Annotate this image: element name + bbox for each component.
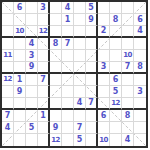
cell-r10c2[interactable] <box>14 110 26 122</box>
cell-r6c11[interactable]: 7 <box>122 62 134 74</box>
cell-r2c4[interactable] <box>38 14 50 26</box>
cell-r2c2[interactable] <box>14 14 26 26</box>
cell-r1c4[interactable]: 3 <box>38 2 50 14</box>
given-digit: 10 <box>123 52 132 59</box>
cell-r10c3[interactable] <box>26 110 38 122</box>
given-digit: 1 <box>65 16 71 24</box>
cell-r3c7[interactable] <box>74 26 86 38</box>
given-digit: 8 <box>113 16 119 24</box>
cell-r2c10[interactable]: 8 <box>110 14 122 26</box>
given-digit: 5 <box>77 136 83 144</box>
given-digit: 7 <box>77 124 83 132</box>
cell-r6c7[interactable] <box>74 62 86 74</box>
given-digit: 9 <box>17 88 23 96</box>
cell-r5c1[interactable]: 11 <box>2 50 14 62</box>
given-digit: 12 <box>39 28 48 35</box>
given-digit: 5 <box>88 4 94 12</box>
cell-r2c8[interactable]: 9 <box>86 14 98 26</box>
cell-r2c9[interactable] <box>98 14 110 26</box>
cell-r11c4[interactable] <box>38 122 50 134</box>
cell-r11c12[interactable] <box>134 122 146 134</box>
cell-r7c1[interactable]: 12 <box>2 74 14 86</box>
cell-r8c10[interactable]: 5 <box>110 86 122 98</box>
cell-r8c7[interactable] <box>74 86 86 98</box>
cell-r5c8[interactable] <box>86 50 98 62</box>
cell-r8c3[interactable] <box>26 86 38 98</box>
cell-r11c7[interactable]: 7 <box>74 122 86 134</box>
given-digit: 6 <box>17 4 23 12</box>
cell-r6c3[interactable]: 9 <box>26 62 38 74</box>
given-digit: 7 <box>88 99 94 107</box>
cell-r9c1[interactable] <box>2 98 14 110</box>
given-digit: 12 <box>111 100 120 107</box>
given-digit: 6 <box>137 16 143 24</box>
cell-r8c8[interactable] <box>86 86 98 98</box>
given-digit: 5 <box>113 88 119 96</box>
given-digit: 9 <box>53 124 59 132</box>
cell-r4c11[interactable] <box>122 38 134 50</box>
cell-r12c10[interactable] <box>110 134 122 146</box>
cell-r3c8[interactable] <box>86 26 98 38</box>
cell-r11c8[interactable] <box>86 122 98 134</box>
given-digit: 3 <box>101 63 107 71</box>
cell-r9c12[interactable] <box>134 98 146 110</box>
cell-r5c3[interactable]: 3 <box>26 50 38 62</box>
cell-r6c10[interactable] <box>110 62 122 74</box>
given-digit: 9 <box>29 63 35 71</box>
cell-r8c5[interactable] <box>50 86 62 98</box>
cell-r5c10[interactable] <box>110 50 122 62</box>
cell-r2c7[interactable] <box>74 14 86 26</box>
cell-r5c2[interactable] <box>14 50 26 62</box>
cell-r6c9[interactable]: 3 <box>98 62 110 74</box>
cell-r1c7[interactable] <box>74 2 86 14</box>
cell-r4c5[interactable]: 8 <box>50 38 62 50</box>
cell-r12c5[interactable]: 12 <box>50 134 62 146</box>
cell-r7c9[interactable] <box>98 74 110 86</box>
given-digit: 4 <box>137 27 143 35</box>
cell-r8c9[interactable] <box>98 86 110 98</box>
cell-r12c1[interactable] <box>2 134 14 146</box>
cell-r4c9[interactable] <box>98 38 110 50</box>
given-digit: 3 <box>40 4 46 12</box>
cell-r8c1[interactable] <box>2 86 14 98</box>
cell-r7c2[interactable]: 1 <box>14 74 26 86</box>
given-digit: 12 <box>51 137 60 144</box>
cell-r12c3[interactable] <box>26 134 38 146</box>
cell-r10c5[interactable] <box>50 110 62 122</box>
cell-r7c4[interactable]: 7 <box>38 74 50 86</box>
cell-r5c12[interactable] <box>134 50 146 62</box>
cell-r1c1[interactable] <box>2 2 14 14</box>
cell-r10c9[interactable]: 6 <box>98 110 110 122</box>
given-digit: 4 <box>5 124 11 132</box>
cell-r12c4[interactable] <box>38 134 50 146</box>
given-digit: 7 <box>5 112 11 120</box>
cell-r5c9[interactable] <box>98 50 110 62</box>
cell-r1c3[interactable] <box>26 2 38 14</box>
cell-r6c1[interactable] <box>2 62 14 74</box>
cell-r8c12[interactable]: 3 <box>134 86 146 98</box>
cell-r7c5[interactable] <box>50 74 62 86</box>
cell-r8c11[interactable] <box>122 86 134 98</box>
cell-r3c2[interactable]: 10 <box>14 26 26 38</box>
cell-r10c1[interactable]: 7 <box>2 110 14 122</box>
cell-r7c11[interactable] <box>122 74 134 86</box>
cell-r4c12[interactable] <box>134 38 146 50</box>
cell-r4c2[interactable] <box>14 38 26 50</box>
cell-r7c3[interactable] <box>26 74 38 86</box>
cell-r11c10[interactable] <box>110 122 122 134</box>
cell-r1c10[interactable] <box>110 2 122 14</box>
cell-r1c6[interactable]: 4 <box>62 2 74 14</box>
cell-r8c6[interactable] <box>62 86 74 98</box>
cell-r5c4[interactable] <box>38 50 50 62</box>
cell-r1c12[interactable] <box>134 2 146 14</box>
cell-r4c4[interactable] <box>38 38 50 50</box>
cell-r11c1[interactable]: 4 <box>2 122 14 134</box>
cell-r6c2[interactable] <box>14 62 26 74</box>
cell-r11c6[interactable] <box>62 122 74 134</box>
cell-r3c6[interactable] <box>62 26 74 38</box>
cell-r10c8[interactable] <box>86 110 98 122</box>
cell-r2c11[interactable] <box>122 14 134 26</box>
cell-r1c9[interactable] <box>98 2 110 14</box>
cell-r12c8[interactable] <box>86 134 98 146</box>
given-digit: 8 <box>137 63 143 71</box>
cell-r12c6[interactable] <box>62 134 74 146</box>
given-digit: 5 <box>29 124 35 132</box>
cell-r10c4[interactable]: 1 <box>38 110 50 122</box>
cell-r7c10[interactable]: 6 <box>110 74 122 86</box>
cell-r3c3[interactable] <box>26 26 38 38</box>
cell-r9c10[interactable]: 12 <box>110 98 122 110</box>
cell-r2c5[interactable] <box>50 14 62 26</box>
given-digit: 4 <box>65 4 71 12</box>
cell-r9c5[interactable] <box>50 98 62 110</box>
given-digit: 3 <box>137 88 143 96</box>
cell-r5c7[interactable] <box>74 50 86 62</box>
cell-r7c8[interactable] <box>86 74 98 86</box>
cell-r7c12[interactable] <box>134 74 146 86</box>
given-digit: 10 <box>15 28 24 35</box>
given-digit: 7 <box>40 76 46 84</box>
cell-r4c7[interactable] <box>74 38 86 50</box>
cell-r1c11[interactable] <box>122 2 134 14</box>
cell-r6c8[interactable] <box>86 62 98 74</box>
cell-r3c4[interactable]: 12 <box>38 26 50 38</box>
given-digit: 7 <box>65 40 71 48</box>
given-digit: 4 <box>77 99 83 107</box>
cell-r9c9[interactable] <box>98 98 110 110</box>
cell-r12c11[interactable]: 4 <box>122 134 134 146</box>
cell-r3c5[interactable] <box>50 26 62 38</box>
sudoku-board: 6345198610122448711310937812176953471271… <box>0 0 148 148</box>
cell-r2c1[interactable] <box>2 14 14 26</box>
cell-r3c10[interactable] <box>110 26 122 38</box>
cell-r9c4[interactable] <box>38 98 50 110</box>
given-digit: 4 <box>29 40 35 48</box>
cell-r4c10[interactable] <box>110 38 122 50</box>
cell-r1c5[interactable] <box>50 2 62 14</box>
cell-r3c12[interactable]: 4 <box>134 26 146 38</box>
cell-r11c9[interactable] <box>98 122 110 134</box>
cell-r12c12[interactable] <box>134 134 146 146</box>
cell-r6c6[interactable] <box>62 62 74 74</box>
cell-r6c12[interactable]: 8 <box>134 62 146 74</box>
cell-r9c2[interactable] <box>14 98 26 110</box>
cell-r8c2[interactable]: 9 <box>14 86 26 98</box>
cell-r5c5[interactable] <box>50 50 62 62</box>
cell-r9c8[interactable]: 7 <box>86 98 98 110</box>
cell-r10c7[interactable] <box>74 110 86 122</box>
cell-r9c11[interactable] <box>122 98 134 110</box>
given-digit: 2 <box>101 27 107 35</box>
cell-r3c9[interactable]: 2 <box>98 26 110 38</box>
cell-r9c6[interactable] <box>62 98 74 110</box>
cell-r10c11[interactable]: 8 <box>122 110 134 122</box>
cell-r11c2[interactable] <box>14 122 26 134</box>
cell-r2c3[interactable] <box>26 14 38 26</box>
cell-r3c1[interactable] <box>2 26 14 38</box>
cell-r12c2[interactable] <box>14 134 26 146</box>
given-digit: 12 <box>3 76 12 83</box>
cell-r10c10[interactable] <box>110 110 122 122</box>
given-digit: 6 <box>113 76 119 84</box>
given-digit: 8 <box>125 112 131 120</box>
cell-r8c4[interactable] <box>38 86 50 98</box>
given-digit: 9 <box>88 16 94 24</box>
given-digit: 1 <box>17 76 23 84</box>
cell-r1c2[interactable]: 6 <box>14 2 26 14</box>
cell-r2c12[interactable]: 6 <box>134 14 146 26</box>
cell-r7c6[interactable] <box>62 74 74 86</box>
cell-r5c11[interactable]: 10 <box>122 50 134 62</box>
given-digit: 7 <box>125 63 131 71</box>
cell-r7c7[interactable] <box>74 74 86 86</box>
given-digit: 3 <box>29 52 35 60</box>
cell-r4c8[interactable] <box>86 38 98 50</box>
cell-r10c6[interactable] <box>62 110 74 122</box>
cell-r4c1[interactable] <box>2 38 14 50</box>
given-digit: 4 <box>125 136 131 144</box>
cell-r11c3[interactable]: 5 <box>26 122 38 134</box>
cell-r1c8[interactable]: 5 <box>86 2 98 14</box>
cell-r11c11[interactable] <box>122 122 134 134</box>
cell-r4c3[interactable]: 4 <box>26 38 38 50</box>
given-digit: 8 <box>53 40 59 48</box>
given-digit: 1 <box>40 112 46 120</box>
cell-r11c5[interactable]: 9 <box>50 122 62 134</box>
cell-r4c6[interactable]: 7 <box>62 38 74 50</box>
cell-r6c5[interactable] <box>50 62 62 74</box>
cell-r10c12[interactable] <box>134 110 146 122</box>
cell-r9c3[interactable] <box>26 98 38 110</box>
cell-r12c7[interactable]: 5 <box>74 134 86 146</box>
cell-r12c9[interactable]: 10 <box>98 134 110 146</box>
given-digit: 11 <box>3 52 12 59</box>
cell-r2c6[interactable]: 1 <box>62 14 74 26</box>
given-digit: 6 <box>101 112 107 120</box>
cell-r3c11[interactable] <box>122 26 134 38</box>
cell-r9c7[interactable]: 4 <box>74 98 86 110</box>
cell-r5c6[interactable] <box>62 50 74 62</box>
cell-r6c4[interactable] <box>38 62 50 74</box>
given-digit: 10 <box>99 137 108 144</box>
